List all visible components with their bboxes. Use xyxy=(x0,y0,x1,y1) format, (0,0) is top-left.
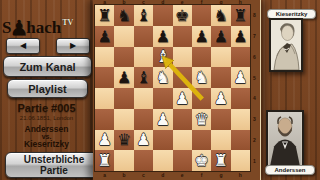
board-squares: ♜♞♝♚♞♜♟♟♟♟♟♝♟♝♞♞♟♟♟♟♛♟♛♟♜♚♜ xyxy=(94,4,251,172)
logo-text-rest: hach xyxy=(26,18,61,38)
square-c7[interactable] xyxy=(134,26,153,47)
coord-rank-7: 7 xyxy=(250,26,259,47)
square-h1[interactable] xyxy=(231,150,250,171)
game-number: Partie #005 xyxy=(0,102,93,114)
piece-black-king[interactable]: ♚ xyxy=(175,6,189,25)
square-b6[interactable] xyxy=(114,47,133,68)
square-e5[interactable] xyxy=(173,67,192,88)
piece-white-knight[interactable]: ♞ xyxy=(156,68,170,87)
player-white-name: Anderssen xyxy=(0,126,93,133)
square-f3[interactable]: ♛ xyxy=(192,109,211,130)
square-a3[interactable] xyxy=(95,109,114,130)
prev-arrow-icon: ◀ xyxy=(20,42,26,50)
square-g8[interactable]: ♞ xyxy=(211,5,230,26)
square-b2[interactable]: ♛ xyxy=(114,130,133,151)
coord-bottom-b: b xyxy=(114,173,133,178)
piece-white-pawn[interactable]: ♟ xyxy=(214,89,228,108)
logo-tv-superscript: TV xyxy=(62,18,73,27)
square-a8[interactable]: ♜ xyxy=(95,5,114,26)
next-button[interactable]: ▶ xyxy=(56,38,90,54)
players-block: Anderssen vs. Kieseritzky xyxy=(0,126,93,148)
square-e2[interactable] xyxy=(173,130,192,151)
coord-rank-8: 8 xyxy=(250,5,259,26)
square-e6[interactable] xyxy=(173,47,192,68)
zum-kanal-button[interactable]: Zum Kanal xyxy=(3,56,92,77)
square-a1[interactable]: ♜ xyxy=(95,150,114,171)
square-a6[interactable] xyxy=(95,47,114,68)
coord-bottom-f: f xyxy=(192,173,211,178)
square-a5[interactable] xyxy=(95,67,114,88)
piece-black-queen[interactable]: ♛ xyxy=(117,130,131,149)
square-d1[interactable] xyxy=(153,150,172,171)
piece-black-pawn[interactable]: ♟ xyxy=(233,27,247,46)
square-c5[interactable]: ♝ xyxy=(134,67,153,88)
piece-black-knight[interactable]: ♞ xyxy=(214,6,228,25)
coord-rank-5: 5 xyxy=(250,67,259,88)
square-h8[interactable]: ♜ xyxy=(231,5,250,26)
coord-rank-4: 4 xyxy=(250,88,259,109)
square-b3[interactable] xyxy=(114,109,133,130)
square-h7[interactable]: ♟ xyxy=(231,26,250,47)
piece-white-rook[interactable]: ♜ xyxy=(98,151,112,170)
piece-black-pawn[interactable]: ♟ xyxy=(214,27,228,46)
video-frame: S ♟ hach TV ◀ ▶ Zum Kanal Playlist Parti… xyxy=(0,0,320,180)
player-black-name: Kieseritzky xyxy=(0,141,93,148)
chess-board: abcdefgh ♜♞♝♚♞♜♟♟♟♟♟♝♟♝♞♞♟♟♟♟♛♟♛♟♜♚♜ 876… xyxy=(93,0,261,180)
piece-black-pawn[interactable]: ♟ xyxy=(156,27,170,46)
zum-kanal-label: Zum Kanal xyxy=(19,61,75,73)
square-f7[interactable]: ♟ xyxy=(192,26,211,47)
square-c3[interactable] xyxy=(134,109,153,130)
prev-button[interactable]: ◀ xyxy=(6,38,40,54)
piece-black-rook[interactable]: ♜ xyxy=(233,6,247,25)
square-h5[interactable]: ♟ xyxy=(231,67,250,88)
game-title-button[interactable]: Unsterbliche Partie xyxy=(5,152,103,178)
piece-white-pawn[interactable]: ♟ xyxy=(156,110,170,129)
white-player-badge: Anderssen xyxy=(265,165,315,175)
square-b7[interactable] xyxy=(114,26,133,47)
square-g1[interactable]: ♜ xyxy=(211,150,230,171)
square-g2[interactable] xyxy=(211,130,230,151)
piece-white-rook[interactable]: ♜ xyxy=(214,151,228,170)
piece-white-bishop[interactable]: ♝ xyxy=(156,47,170,66)
square-d3[interactable]: ♟ xyxy=(153,109,172,130)
square-h2[interactable] xyxy=(231,130,250,151)
coord-rank-6: 6 xyxy=(250,47,259,68)
square-d5[interactable]: ♞ xyxy=(153,67,172,88)
square-d2[interactable] xyxy=(153,130,172,151)
square-d8[interactable] xyxy=(153,5,172,26)
square-d6[interactable]: ♝ xyxy=(153,47,172,68)
square-g7[interactable]: ♟ xyxy=(211,26,230,47)
piece-black-knight[interactable]: ♞ xyxy=(117,6,131,25)
playlist-label: Playlist xyxy=(28,83,67,95)
coord-bottom-g: g xyxy=(211,173,230,178)
square-e1[interactable] xyxy=(173,150,192,171)
square-h3[interactable] xyxy=(231,109,250,130)
piece-black-bishop[interactable]: ♝ xyxy=(136,6,150,25)
square-f5[interactable]: ♞ xyxy=(192,67,211,88)
piece-black-pawn[interactable]: ♟ xyxy=(194,27,208,46)
square-c4[interactable] xyxy=(134,88,153,109)
square-g5[interactable] xyxy=(211,67,230,88)
square-g4[interactable]: ♟ xyxy=(211,88,230,109)
square-f2[interactable] xyxy=(192,130,211,151)
square-g3[interactable] xyxy=(211,109,230,130)
anderssen-portrait xyxy=(266,110,304,167)
square-c8[interactable]: ♝ xyxy=(134,5,153,26)
coord-bottom-d: d xyxy=(153,173,172,178)
square-e8[interactable]: ♚ xyxy=(173,5,192,26)
piece-white-queen[interactable]: ♛ xyxy=(194,110,208,129)
coord-rank-1: 1 xyxy=(250,150,259,171)
rank-labels-right: 87654321 xyxy=(250,5,259,171)
square-f1[interactable]: ♚ xyxy=(192,150,211,171)
coord-bottom-h: h xyxy=(231,173,250,178)
square-e7[interactable] xyxy=(173,26,192,47)
square-c6[interactable] xyxy=(134,47,153,68)
piece-black-rook[interactable]: ♜ xyxy=(98,6,112,25)
square-a4[interactable] xyxy=(95,88,114,109)
game-title-label: Unsterbliche Partie xyxy=(12,154,96,176)
piece-black-bishop[interactable]: ♝ xyxy=(136,68,150,87)
coord-rank-3: 3 xyxy=(250,109,259,130)
piece-white-pawn[interactable]: ♟ xyxy=(98,130,112,149)
piece-white-pawn[interactable]: ♟ xyxy=(233,68,247,87)
playlist-button[interactable]: Playlist xyxy=(7,79,88,98)
coord-rank-2: 2 xyxy=(250,130,259,151)
square-e3[interactable] xyxy=(173,109,192,130)
kieseritzky-portrait xyxy=(269,18,303,72)
square-f8[interactable] xyxy=(192,5,211,26)
square-e4[interactable]: ♟ xyxy=(173,88,192,109)
square-a7[interactable]: ♟ xyxy=(95,26,114,47)
square-c1[interactable] xyxy=(134,150,153,171)
coord-bottom-a: a xyxy=(95,173,114,178)
square-b5[interactable]: ♟ xyxy=(114,67,133,88)
coord-bottom-c: c xyxy=(134,173,153,178)
square-a2[interactable]: ♟ xyxy=(95,130,114,151)
square-f4[interactable] xyxy=(192,88,211,109)
piece-white-pawn[interactable]: ♟ xyxy=(136,130,150,149)
square-d4[interactable] xyxy=(153,88,172,109)
square-b1[interactable] xyxy=(114,150,133,171)
coord-bottom-e: e xyxy=(173,173,192,178)
piece-black-pawn[interactable]: ♟ xyxy=(98,27,112,46)
pawn-icon: ♟ xyxy=(9,21,28,35)
square-h4[interactable] xyxy=(231,88,250,109)
square-g6[interactable] xyxy=(211,47,230,68)
piece-white-king[interactable]: ♚ xyxy=(194,151,208,170)
square-f6[interactable] xyxy=(192,47,211,68)
piece-black-pawn[interactable]: ♟ xyxy=(117,68,131,87)
left-sidebar: S ♟ hach TV ◀ ▶ Zum Kanal Playlist Parti… xyxy=(0,0,93,180)
piece-white-pawn[interactable]: ♟ xyxy=(175,89,189,108)
piece-white-knight[interactable]: ♞ xyxy=(194,68,208,87)
next-arrow-icon: ▶ xyxy=(70,42,76,50)
square-b8[interactable]: ♞ xyxy=(114,5,133,26)
square-d7[interactable]: ♟ xyxy=(153,26,172,47)
square-c2[interactable]: ♟ xyxy=(134,130,153,151)
square-b4[interactable] xyxy=(114,88,133,109)
square-h6[interactable] xyxy=(231,47,250,68)
game-date: 21.06.1851, London xyxy=(0,115,93,121)
file-labels-bottom: abcdefgh xyxy=(95,171,250,179)
